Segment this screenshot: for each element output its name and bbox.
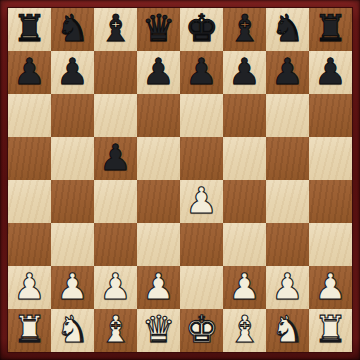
square-f6[interactable] <box>223 94 266 137</box>
board-frame: ♜♞♝♛♚♝♞♜♟♟♟♟♟♟♟♟♟♟♟♟♟♟♟♟♜♞♝♛♚♝♞♜ <box>0 0 360 360</box>
square-a1[interactable]: ♜ <box>8 309 51 352</box>
piece-white-pawn[interactable]: ♟ <box>228 265 260 308</box>
square-h7[interactable]: ♟ <box>309 51 352 94</box>
piece-white-bishop[interactable]: ♝ <box>99 308 132 351</box>
piece-white-pawn[interactable]: ♟ <box>185 179 217 222</box>
square-d5[interactable] <box>137 137 180 180</box>
piece-black-rook[interactable]: ♜ <box>13 7 46 50</box>
square-h2[interactable]: ♟ <box>309 266 352 309</box>
square-d4[interactable] <box>137 180 180 223</box>
square-d2[interactable]: ♟ <box>137 266 180 309</box>
piece-white-pawn[interactable]: ♟ <box>142 265 174 308</box>
square-a6[interactable] <box>8 94 51 137</box>
square-g4[interactable] <box>266 180 309 223</box>
square-b6[interactable] <box>51 94 94 137</box>
square-c7[interactable] <box>94 51 137 94</box>
square-a7[interactable]: ♟ <box>8 51 51 94</box>
square-f1[interactable]: ♝ <box>223 309 266 352</box>
piece-black-pawn[interactable]: ♟ <box>314 50 346 93</box>
square-e7[interactable]: ♟ <box>180 51 223 94</box>
chess-board: ♜♞♝♛♚♝♞♜♟♟♟♟♟♟♟♟♟♟♟♟♟♟♟♟♜♞♝♛♚♝♞♜ <box>8 8 352 352</box>
piece-black-pawn[interactable]: ♟ <box>271 50 303 93</box>
square-h5[interactable] <box>309 137 352 180</box>
square-h8[interactable]: ♜ <box>309 8 352 51</box>
piece-black-pawn[interactable]: ♟ <box>13 50 45 93</box>
piece-black-pawn[interactable]: ♟ <box>228 50 260 93</box>
square-f8[interactable]: ♝ <box>223 8 266 51</box>
square-g1[interactable]: ♞ <box>266 309 309 352</box>
piece-black-knight[interactable]: ♞ <box>56 7 89 50</box>
square-c1[interactable]: ♝ <box>94 309 137 352</box>
square-a3[interactable] <box>8 223 51 266</box>
piece-white-pawn[interactable]: ♟ <box>99 265 131 308</box>
square-g3[interactable] <box>266 223 309 266</box>
square-b1[interactable]: ♞ <box>51 309 94 352</box>
piece-black-pawn[interactable]: ♟ <box>142 50 174 93</box>
piece-white-bishop[interactable]: ♝ <box>228 308 261 351</box>
piece-black-queen[interactable]: ♛ <box>142 7 175 50</box>
square-e5[interactable] <box>180 137 223 180</box>
square-d8[interactable]: ♛ <box>137 8 180 51</box>
piece-white-rook[interactable]: ♜ <box>13 308 46 351</box>
piece-black-bishop[interactable]: ♝ <box>228 7 261 50</box>
square-h1[interactable]: ♜ <box>309 309 352 352</box>
square-b8[interactable]: ♞ <box>51 8 94 51</box>
piece-black-rook[interactable]: ♜ <box>314 7 347 50</box>
square-f2[interactable]: ♟ <box>223 266 266 309</box>
square-c5[interactable]: ♟ <box>94 137 137 180</box>
square-g8[interactable]: ♞ <box>266 8 309 51</box>
piece-white-pawn[interactable]: ♟ <box>13 265 45 308</box>
square-b2[interactable]: ♟ <box>51 266 94 309</box>
square-b3[interactable] <box>51 223 94 266</box>
square-a5[interactable] <box>8 137 51 180</box>
square-e1[interactable]: ♚ <box>180 309 223 352</box>
square-b5[interactable] <box>51 137 94 180</box>
square-e6[interactable] <box>180 94 223 137</box>
piece-white-knight[interactable]: ♞ <box>271 308 304 351</box>
square-b7[interactable]: ♟ <box>51 51 94 94</box>
square-f4[interactable] <box>223 180 266 223</box>
square-c6[interactable] <box>94 94 137 137</box>
square-d6[interactable] <box>137 94 180 137</box>
square-d7[interactable]: ♟ <box>137 51 180 94</box>
square-b4[interactable] <box>51 180 94 223</box>
piece-white-pawn[interactable]: ♟ <box>56 265 88 308</box>
square-c2[interactable]: ♟ <box>94 266 137 309</box>
square-d1[interactable]: ♛ <box>137 309 180 352</box>
piece-black-pawn[interactable]: ♟ <box>56 50 88 93</box>
piece-white-knight[interactable]: ♞ <box>56 308 89 351</box>
square-h4[interactable] <box>309 180 352 223</box>
square-g6[interactable] <box>266 94 309 137</box>
square-a2[interactable]: ♟ <box>8 266 51 309</box>
square-f3[interactable] <box>223 223 266 266</box>
square-g5[interactable] <box>266 137 309 180</box>
square-h6[interactable] <box>309 94 352 137</box>
square-h3[interactable] <box>309 223 352 266</box>
square-c8[interactable]: ♝ <box>94 8 137 51</box>
square-e2[interactable] <box>180 266 223 309</box>
square-c3[interactable] <box>94 223 137 266</box>
piece-white-pawn[interactable]: ♟ <box>271 265 303 308</box>
piece-black-pawn[interactable]: ♟ <box>185 50 217 93</box>
piece-black-bishop[interactable]: ♝ <box>99 7 132 50</box>
square-e3[interactable] <box>180 223 223 266</box>
square-f7[interactable]: ♟ <box>223 51 266 94</box>
square-d3[interactable] <box>137 223 180 266</box>
piece-white-queen[interactable]: ♛ <box>142 308 175 351</box>
piece-white-pawn[interactable]: ♟ <box>314 265 346 308</box>
piece-black-knight[interactable]: ♞ <box>271 7 304 50</box>
square-g2[interactable]: ♟ <box>266 266 309 309</box>
piece-black-king[interactable]: ♚ <box>185 7 218 50</box>
square-e8[interactable]: ♚ <box>180 8 223 51</box>
square-e4[interactable]: ♟ <box>180 180 223 223</box>
square-c4[interactable] <box>94 180 137 223</box>
square-g7[interactable]: ♟ <box>266 51 309 94</box>
square-f5[interactable] <box>223 137 266 180</box>
square-a4[interactable] <box>8 180 51 223</box>
piece-white-rook[interactable]: ♜ <box>314 308 347 351</box>
piece-white-king[interactable]: ♚ <box>185 308 218 351</box>
square-a8[interactable]: ♜ <box>8 8 51 51</box>
piece-black-pawn[interactable]: ♟ <box>99 136 131 179</box>
